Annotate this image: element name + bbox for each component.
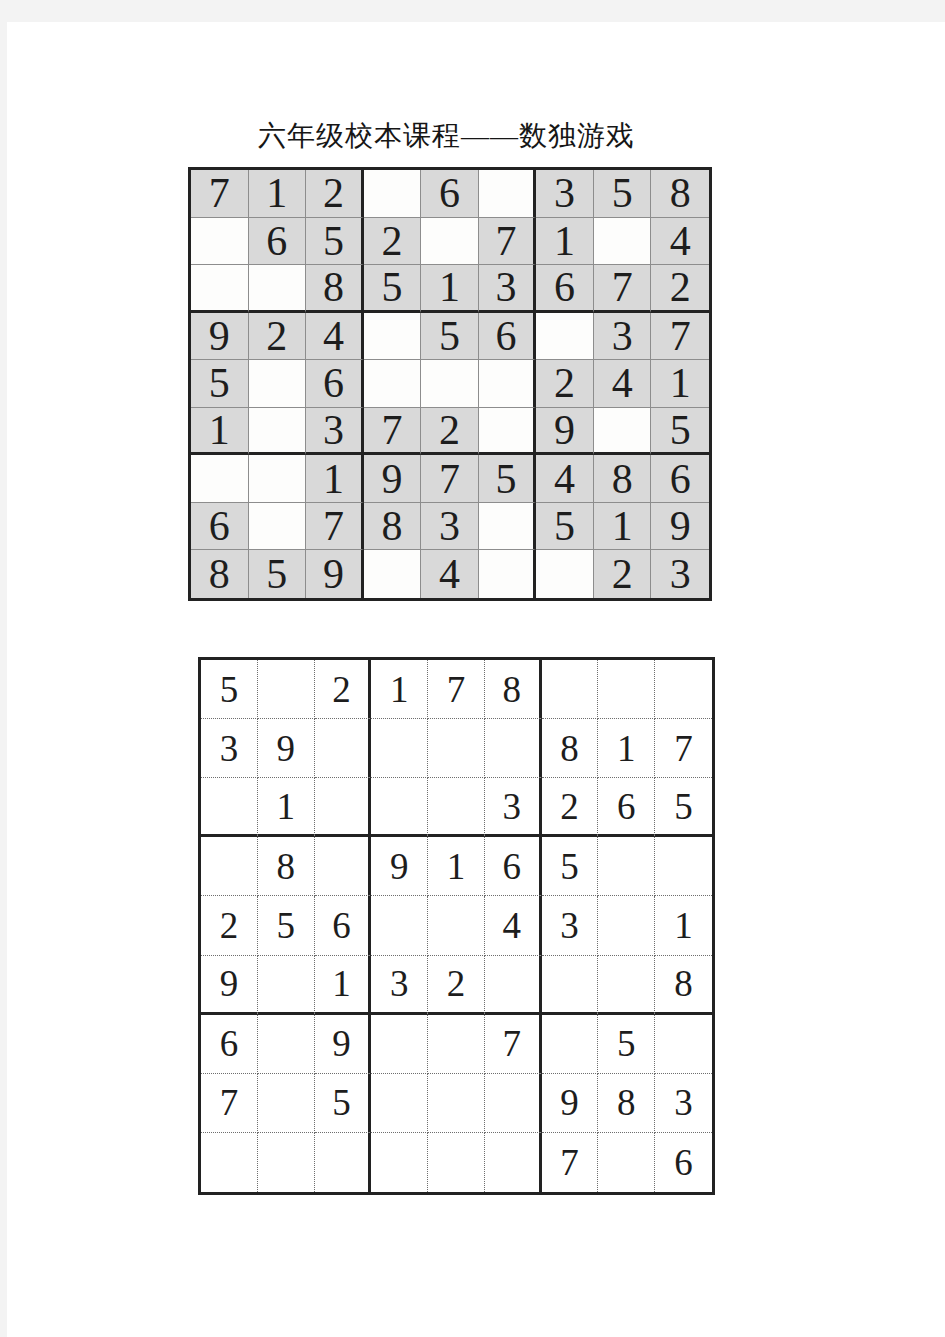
puzzle-1-cell-r7c5: 7 (421, 455, 479, 503)
puzzle-2-cell-r2c8: 1 (598, 719, 655, 778)
puzzle-2-cell-r6c7[interactable] (542, 956, 599, 1015)
puzzle-2-cell-r8c5[interactable] (428, 1074, 485, 1133)
puzzle-2-cell-r5c4[interactable] (371, 896, 428, 955)
puzzle-1-cell-r5c3: 6 (306, 360, 364, 408)
puzzle-2-cell-r9c3[interactable] (315, 1133, 372, 1192)
puzzle-1-cell-r4c8: 3 (594, 313, 652, 361)
puzzle-2-cell-r5c8[interactable] (598, 896, 655, 955)
puzzle-1-cell-r4c6: 6 (479, 313, 537, 361)
puzzle-2-cell-r4c4: 9 (371, 837, 428, 896)
puzzle-2-cell-r4c9[interactable] (655, 837, 712, 896)
puzzle-1-cell-r9c2: 5 (249, 550, 307, 598)
puzzle-1-cell-r3c9: 2 (651, 265, 709, 313)
puzzle-2-cell-r2c1: 3 (201, 719, 258, 778)
puzzle-2-cell-r4c7: 5 (542, 837, 599, 896)
puzzle-2-cell-r7c8: 5 (598, 1015, 655, 1074)
puzzle-1-cell-r9c9: 3 (651, 550, 709, 598)
puzzle-1-cell-r8c5: 3 (421, 503, 479, 551)
puzzle-1-cell-r8c2[interactable] (249, 503, 307, 551)
puzzle-2-cell-r6c4: 3 (371, 956, 428, 1015)
puzzle-1-cell-r6c3: 3 (306, 408, 364, 456)
puzzle-2-cell-r1c2[interactable] (258, 660, 315, 719)
puzzle-1-cell-r2c1[interactable] (191, 218, 249, 266)
puzzle-1-cell-r1c7: 3 (536, 170, 594, 218)
puzzle-1-cell-r7c6: 5 (479, 455, 537, 503)
puzzle-2-cell-r3c7: 2 (542, 778, 599, 837)
document-page: 六年级校本课程——数独游戏 71263586527148513672924563… (7, 22, 945, 1337)
puzzle-2-cell-r8c1: 7 (201, 1074, 258, 1133)
puzzle-1-cell-r9c4[interactable] (364, 550, 422, 598)
puzzle-2-cell-r1c9[interactable] (655, 660, 712, 719)
puzzle-2-cell-r2c9: 7 (655, 719, 712, 778)
puzzle-1-cell-r7c2[interactable] (249, 455, 307, 503)
puzzle-1-cell-r6c1: 1 (191, 408, 249, 456)
puzzle-2-cell-r9c5[interactable] (428, 1133, 485, 1192)
puzzle-1-cell-r6c2[interactable] (249, 408, 307, 456)
puzzle-1-cell-r6c4: 7 (364, 408, 422, 456)
puzzle-2-cell-r1c3: 2 (315, 660, 372, 719)
puzzle-2-cell-r2c7: 8 (542, 719, 599, 778)
puzzle-1-cell-r8c7: 5 (536, 503, 594, 551)
puzzle-1-cell-r1c9: 8 (651, 170, 709, 218)
puzzle-1-cell-r9c7[interactable] (536, 550, 594, 598)
puzzle-1-cell-r7c1[interactable] (191, 455, 249, 503)
puzzle-1-cell-r2c5[interactable] (421, 218, 479, 266)
puzzle-1-cell-r3c4: 5 (364, 265, 422, 313)
page-title: 六年级校本课程——数独游戏 (258, 119, 635, 153)
puzzle-2-cell-r1c7[interactable] (542, 660, 599, 719)
puzzle-1-cell-r4c9: 7 (651, 313, 709, 361)
puzzle-1-cell-r1c4[interactable] (364, 170, 422, 218)
puzzle-1-cell-r2c7: 1 (536, 218, 594, 266)
puzzle-2-cell-r4c3[interactable] (315, 837, 372, 896)
puzzle-2-cell-r3c1[interactable] (201, 778, 258, 837)
puzzle-1-cell-r3c6: 3 (479, 265, 537, 313)
puzzle-2-cell-r3c3[interactable] (315, 778, 372, 837)
puzzle-2-cell-r9c1[interactable] (201, 1133, 258, 1192)
puzzle-1-cell-r3c1[interactable] (191, 265, 249, 313)
puzzle-1-cell-r9c5: 4 (421, 550, 479, 598)
puzzle-1-cell-r2c8[interactable] (594, 218, 652, 266)
puzzle-2-cell-r7c4[interactable] (371, 1015, 428, 1074)
puzzle-2-cell-r4c8[interactable] (598, 837, 655, 896)
puzzle-1-cell-r1c1: 7 (191, 170, 249, 218)
puzzle-1-cell-r5c4[interactable] (364, 360, 422, 408)
puzzle-2-cell-r3c6: 3 (485, 778, 542, 837)
puzzle-2-cell-r8c9: 3 (655, 1074, 712, 1133)
sudoku-grid-top: 7126358652714851367292456375624113729519… (188, 167, 712, 601)
puzzle-1-cell-r6c8[interactable] (594, 408, 652, 456)
puzzle-1-cell-r7c8: 8 (594, 455, 652, 503)
puzzle-1-cell-r3c7: 6 (536, 265, 594, 313)
puzzle-2-cell-r2c5[interactable] (428, 719, 485, 778)
puzzle-1-cell-r2c4: 2 (364, 218, 422, 266)
puzzle-2-cell-r3c2: 1 (258, 778, 315, 837)
puzzle-2-cell-r9c4[interactable] (371, 1133, 428, 1192)
puzzle-2-cell-r6c9: 8 (655, 956, 712, 1015)
puzzle-1-cell-r7c9: 6 (651, 455, 709, 503)
puzzle-1-cell-r7c4: 9 (364, 455, 422, 503)
puzzle-1-cell-r4c7[interactable] (536, 313, 594, 361)
puzzle-1-cell-r5c9: 1 (651, 360, 709, 408)
puzzle-1-cell-r1c3: 2 (306, 170, 364, 218)
sudoku-grid-bottom: 5217839817132658916525643191328697575983… (198, 657, 715, 1195)
puzzle-1-cell-r3c3: 8 (306, 265, 364, 313)
puzzle-2-cell-r7c6: 7 (485, 1015, 542, 1074)
puzzle-1-cell-r1c2: 1 (249, 170, 307, 218)
puzzle-2-cell-r3c8: 6 (598, 778, 655, 837)
puzzle-2-cell-r5c3: 6 (315, 896, 372, 955)
puzzle-2-cell-r1c4: 1 (371, 660, 428, 719)
puzzle-1-cell-r1c6[interactable] (479, 170, 537, 218)
puzzle-2-cell-r3c5[interactable] (428, 778, 485, 837)
puzzle-1-cell-r2c3: 5 (306, 218, 364, 266)
puzzle-2-cell-r6c8[interactable] (598, 956, 655, 1015)
puzzle-1-cell-r3c2[interactable] (249, 265, 307, 313)
puzzle-2-cell-r5c7: 3 (542, 896, 599, 955)
puzzle-1-cell-r2c2: 6 (249, 218, 307, 266)
puzzle-1-cell-r2c6: 7 (479, 218, 537, 266)
puzzle-2-cell-r3c9: 5 (655, 778, 712, 837)
puzzle-2-cell-r2c4[interactable] (371, 719, 428, 778)
puzzle-2-cell-r6c5: 2 (428, 956, 485, 1015)
puzzle-1-cell-r5c8: 4 (594, 360, 652, 408)
puzzle-1-cell-r1c8: 5 (594, 170, 652, 218)
puzzle-2-cell-r8c8: 8 (598, 1074, 655, 1133)
puzzle-2-cell-r6c2[interactable] (258, 956, 315, 1015)
puzzle-2-cell-r3c4[interactable] (371, 778, 428, 837)
puzzle-2-cell-r4c1[interactable] (201, 837, 258, 896)
puzzle-2-cell-r5c2: 5 (258, 896, 315, 955)
puzzle-1-cell-r8c9: 9 (651, 503, 709, 551)
puzzle-2-cell-r5c1: 2 (201, 896, 258, 955)
puzzle-2-cell-r5c6: 4 (485, 896, 542, 955)
puzzle-1-cell-r4c2: 2 (249, 313, 307, 361)
puzzle-2-cell-r8c3: 5 (315, 1074, 372, 1133)
puzzle-2-cell-r9c7: 7 (542, 1133, 599, 1192)
puzzle-1-cell-r4c3: 4 (306, 313, 364, 361)
puzzle-2-cell-r7c2[interactable] (258, 1015, 315, 1074)
puzzle-1-cell-r6c7: 9 (536, 408, 594, 456)
puzzle-1-cell-r3c8: 7 (594, 265, 652, 313)
puzzle-2-cell-r1c8[interactable] (598, 660, 655, 719)
puzzle-2-cell-r9c8[interactable] (598, 1133, 655, 1192)
puzzle-2-cell-r8c7: 9 (542, 1074, 599, 1133)
puzzle-1-cell-r9c1: 8 (191, 550, 249, 598)
puzzle-1-cell-r5c6[interactable] (479, 360, 537, 408)
puzzle-2-cell-r5c5[interactable] (428, 896, 485, 955)
puzzle-1-cell-r6c6[interactable] (479, 408, 537, 456)
puzzle-2-cell-r7c9[interactable] (655, 1015, 712, 1074)
puzzle-2-cell-r2c2: 9 (258, 719, 315, 778)
puzzle-2-cell-r4c5: 1 (428, 837, 485, 896)
puzzle-2-cell-r7c1: 6 (201, 1015, 258, 1074)
puzzle-1-cell-r8c4: 8 (364, 503, 422, 551)
puzzle-1-cell-r4c5: 5 (421, 313, 479, 361)
puzzle-2-cell-r9c6[interactable] (485, 1133, 542, 1192)
puzzle-1-cell-r7c7: 4 (536, 455, 594, 503)
puzzle-1-cell-r3c5: 1 (421, 265, 479, 313)
puzzle-2-cell-r2c3[interactable] (315, 719, 372, 778)
puzzle-2-cell-r8c6[interactable] (485, 1074, 542, 1133)
puzzle-1-cell-r4c1: 9 (191, 313, 249, 361)
puzzle-2-cell-r9c9: 6 (655, 1133, 712, 1192)
puzzle-1-cell-r5c5[interactable] (421, 360, 479, 408)
puzzle-1-cell-r5c2[interactable] (249, 360, 307, 408)
puzzle-1-cell-r6c9: 5 (651, 408, 709, 456)
puzzle-1-cell-r1c5: 6 (421, 170, 479, 218)
puzzle-2-cell-r5c9: 1 (655, 896, 712, 955)
puzzle-1-cell-r7c3: 1 (306, 455, 364, 503)
puzzle-2-cell-r8c2[interactable] (258, 1074, 315, 1133)
puzzle-2-cell-r2c6[interactable] (485, 719, 542, 778)
puzzle-1-cell-r8c3: 7 (306, 503, 364, 551)
puzzle-1-cell-r8c1: 6 (191, 503, 249, 551)
puzzle-2-cell-r1c5: 7 (428, 660, 485, 719)
puzzle-2-cell-r4c2: 8 (258, 837, 315, 896)
puzzle-2-cell-r7c3: 9 (315, 1015, 372, 1074)
puzzle-2-cell-r1c1: 5 (201, 660, 258, 719)
puzzle-1-cell-r9c3: 9 (306, 550, 364, 598)
puzzle-1-cell-r6c5: 2 (421, 408, 479, 456)
puzzle-1-cell-r5c7: 2 (536, 360, 594, 408)
puzzle-2-cell-r7c5[interactable] (428, 1015, 485, 1074)
puzzle-2-cell-r1c6: 8 (485, 660, 542, 719)
puzzle-1-cell-r9c8: 2 (594, 550, 652, 598)
scan-background: 六年级校本课程——数独游戏 71263586527148513672924563… (0, 0, 945, 1337)
puzzle-2-cell-r8c4[interactable] (371, 1074, 428, 1133)
puzzle-1-cell-r8c6[interactable] (479, 503, 537, 551)
puzzle-1-cell-r9c6[interactable] (479, 550, 537, 598)
puzzle-1-cell-r5c1: 5 (191, 360, 249, 408)
puzzle-2-cell-r7c7[interactable] (542, 1015, 599, 1074)
puzzle-2-cell-r4c6: 6 (485, 837, 542, 896)
puzzle-1-cell-r8c8: 1 (594, 503, 652, 551)
puzzle-2-cell-r9c2[interactable] (258, 1133, 315, 1192)
puzzle-2-cell-r6c6[interactable] (485, 956, 542, 1015)
puzzle-1-cell-r4c4[interactable] (364, 313, 422, 361)
puzzle-1-cell-r2c9: 4 (651, 218, 709, 266)
puzzle-2-cell-r6c1: 9 (201, 956, 258, 1015)
puzzle-2-cell-r6c3: 1 (315, 956, 372, 1015)
